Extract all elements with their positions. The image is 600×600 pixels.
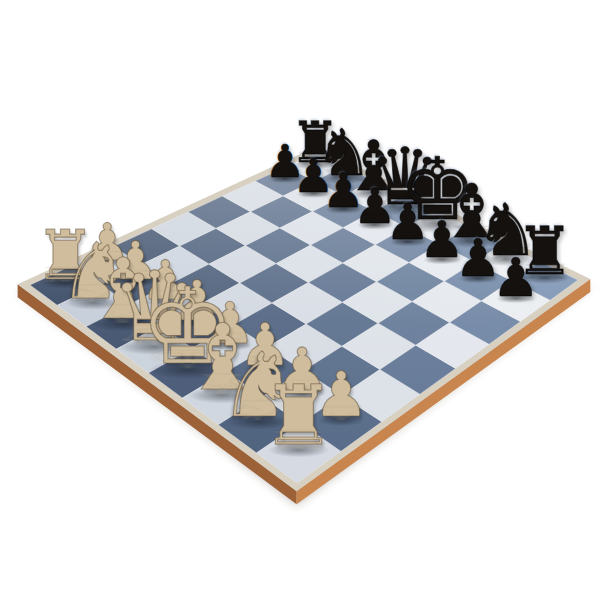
piece-reflection: ♜ bbox=[262, 427, 336, 452]
chess-scene: ♜♜♞♞♟♟♝♝♟♟♛♛♟♟♚♚♟♟♝♝♟♟♞♞♟♟♟♟♜♜♟♟♟♟♜♜♟♟♟♟… bbox=[0, 0, 600, 600]
piece-reflection: ♟ bbox=[492, 285, 540, 301]
piece-white-rook-h1[interactable]: ♜♜ bbox=[262, 375, 336, 458]
piece-black-pawn-h7[interactable]: ♟♟ bbox=[492, 251, 540, 304]
